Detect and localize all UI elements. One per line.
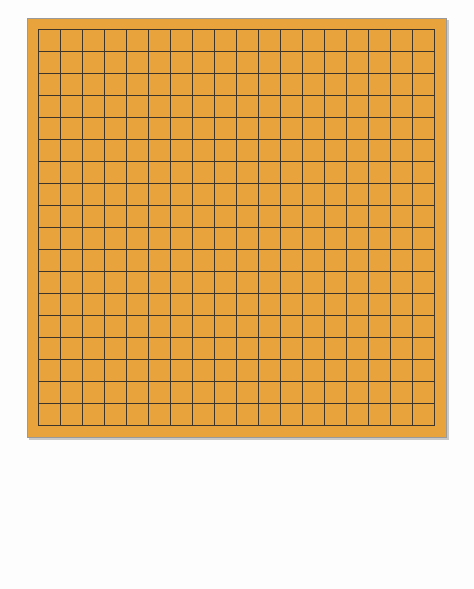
kifu-page xyxy=(0,0,474,589)
row-labels-left xyxy=(12,18,27,438)
go-board xyxy=(27,18,447,438)
grid-lines xyxy=(38,29,435,426)
goban-area xyxy=(12,0,462,452)
column-labels-bottom xyxy=(28,438,462,452)
column-labels-top xyxy=(28,4,462,18)
row-labels-right xyxy=(447,18,462,438)
